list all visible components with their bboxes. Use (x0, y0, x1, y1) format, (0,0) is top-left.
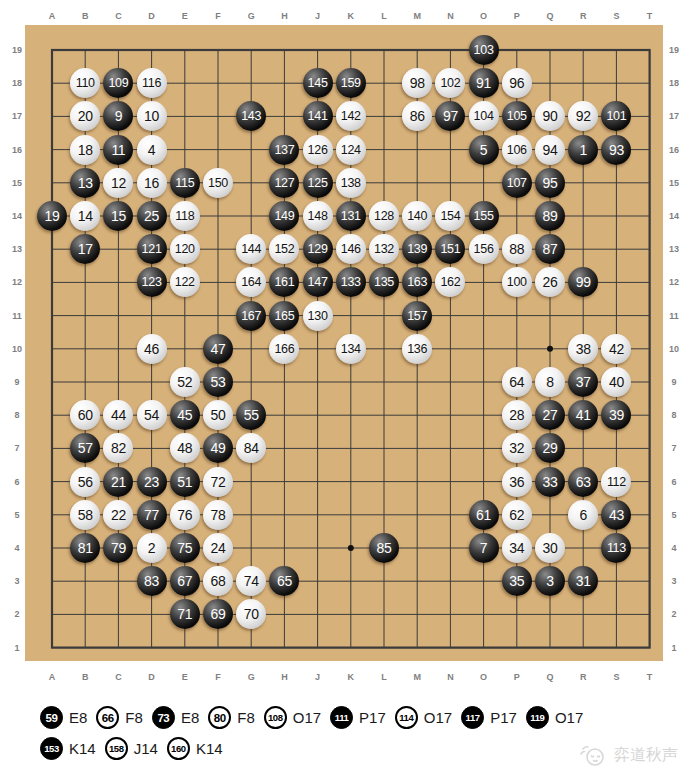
caption-entry: 114O17 (395, 706, 452, 729)
stone-white-104-O17: 104 (469, 101, 499, 131)
stone-black-103-O19: 103 (469, 35, 499, 65)
stone-black-125-J15: 125 (303, 168, 333, 198)
caption-stone-black-59: 59 (40, 706, 63, 729)
stone-white-122-E12: 122 (170, 267, 200, 297)
stone-white-54-D8: 54 (137, 400, 167, 430)
row-label-left: 6 (14, 477, 19, 486)
stone-white-118-E14: 118 (170, 201, 200, 231)
caption-stone-black-111: 111 (330, 706, 353, 729)
stone-white-88-P13: 88 (502, 234, 532, 264)
stone-white-138-K15: 138 (336, 168, 366, 198)
stone-black-87-Q13: 87 (535, 234, 565, 264)
stone-black-95-Q15: 95 (535, 168, 565, 198)
stone-white-134-K10: 134 (336, 334, 366, 364)
stone-black-53-F9: 53 (203, 367, 233, 397)
stone-black-75-E4: 75 (170, 533, 200, 563)
caption-point: O17 (293, 709, 321, 726)
stone-black-81-B4: 81 (70, 533, 100, 563)
stone-white-38-R10: 38 (568, 334, 598, 364)
caption-point: P17 (359, 709, 386, 726)
col-label-top: P (514, 12, 520, 21)
stone-black-89-Q14: 89 (535, 201, 565, 231)
stone-white-148-J14: 148 (303, 201, 333, 231)
col-label-bottom: E (182, 673, 188, 682)
stone-white-146-K13: 146 (336, 234, 366, 264)
row-label-left: 19 (12, 46, 22, 55)
col-label-bottom: N (447, 673, 454, 682)
caption-point: F8 (125, 709, 143, 726)
stone-black-133-K12: 133 (336, 267, 366, 297)
row-label-right: 16 (669, 145, 679, 154)
stone-white-142-K17: 142 (336, 101, 366, 131)
stone-white-6-R5: 6 (568, 500, 598, 530)
stone-white-68-F3: 68 (203, 566, 233, 596)
stone-black-45-E8: 45 (170, 400, 200, 430)
caption-stone-black-119: 119 (526, 706, 549, 729)
stone-white-112-S6: 112 (601, 467, 631, 497)
stone-white-76-E5: 76 (170, 500, 200, 530)
stone-black-1-R16: 1 (568, 135, 598, 165)
caption-entry: 66F8 (96, 706, 143, 729)
stone-black-23-D6: 23 (137, 467, 167, 497)
col-label-top: N (447, 12, 454, 21)
caption-point: O17 (424, 709, 452, 726)
stone-black-27-Q8: 27 (535, 400, 565, 430)
stone-black-11-C16: 11 (103, 135, 133, 165)
col-label-bottom: T (647, 673, 653, 682)
stone-white-124-K16: 124 (336, 135, 366, 165)
stone-black-107-P15: 107 (502, 168, 532, 198)
caption-stone-white-158: 158 (105, 737, 128, 760)
watermark-text: 弈道秋声 (614, 745, 678, 766)
row-label-left: 14 (12, 212, 22, 221)
caption-stone-white-80: 80 (208, 706, 231, 729)
row-label-right: 3 (671, 577, 676, 586)
row-label-left: 2 (14, 610, 19, 619)
col-label-bottom: L (381, 673, 387, 682)
row-label-right: 4 (671, 544, 676, 553)
row-label-right: 1 (671, 643, 676, 652)
caption-stone-black-117: 117 (461, 706, 484, 729)
col-label-bottom: P (514, 673, 520, 682)
caption-entry: 117P17 (461, 706, 517, 729)
row-label-left: 13 (12, 245, 22, 254)
stone-black-83-D3: 83 (137, 566, 167, 596)
row-label-right: 9 (671, 378, 676, 387)
row-label-left: 10 (12, 344, 22, 353)
stone-white-96-P18: 96 (502, 68, 532, 98)
col-label-top: G (248, 12, 255, 21)
caption-point: K14 (69, 740, 96, 757)
stone-black-13-B15: 13 (70, 168, 100, 198)
stone-white-106-P16: 106 (502, 135, 532, 165)
col-label-top: Q (546, 12, 553, 21)
col-label-bottom: F (215, 673, 221, 682)
stone-white-14-B14: 14 (70, 201, 100, 231)
row-label-right: 8 (671, 411, 676, 420)
stone-white-116-D18: 116 (137, 68, 167, 98)
stone-black-25-D14: 25 (137, 201, 167, 231)
stone-black-33-Q6: 33 (535, 467, 565, 497)
col-label-top: O (480, 12, 487, 21)
stone-black-3-Q3: 3 (535, 566, 565, 596)
col-label-bottom: M (413, 673, 421, 682)
stone-black-47-F10: 47 (203, 334, 233, 364)
stone-white-2-D4: 2 (137, 533, 167, 563)
col-label-bottom: G (248, 673, 255, 682)
row-label-left: 7 (14, 444, 19, 453)
row-label-left: 8 (14, 411, 19, 420)
caption-entry: 153K14 (40, 737, 96, 760)
stone-black-93-S16: 93 (601, 135, 631, 165)
row-label-left: 5 (14, 510, 19, 519)
stone-white-150-F15: 150 (203, 168, 233, 198)
row-label-left: 18 (12, 79, 22, 88)
stone-white-16-D15: 16 (137, 168, 167, 198)
col-label-bottom: H (281, 673, 288, 682)
row-label-right: 7 (671, 444, 676, 453)
stone-white-46-D10: 46 (137, 334, 167, 364)
stone-black-91-O18: 91 (469, 68, 499, 98)
caption-entry: 73E8 (152, 706, 199, 729)
stone-white-58-B5: 58 (70, 500, 100, 530)
stone-white-130-J11: 130 (303, 301, 333, 331)
col-label-top: S (613, 12, 619, 21)
stone-black-115-E15: 115 (170, 168, 200, 198)
col-label-top: A (49, 12, 56, 21)
go-game-record-diagram: AABBCCDDEEFFGGHHJJKKLLMMNNOOPPQQRRSSTT19… (0, 0, 700, 783)
stone-black-35-P3: 35 (502, 566, 532, 596)
row-label-right: 12 (669, 278, 679, 287)
row-label-right: 14 (669, 212, 679, 221)
caption-row: 59E866F873E880F8108O17111P17114O17117P17… (40, 706, 583, 729)
caption-point: F8 (237, 709, 255, 726)
stone-black-105-P17: 105 (502, 101, 532, 131)
row-label-right: 15 (669, 178, 679, 187)
row-label-right: 11 (669, 311, 679, 320)
stone-white-22-C5: 22 (103, 500, 133, 530)
col-label-bottom: J (315, 673, 320, 682)
caption-entry: 160K14 (167, 737, 223, 760)
stone-black-19-A14: 19 (37, 201, 67, 231)
stone-black-61-O5: 61 (469, 500, 499, 530)
stone-black-77-D5: 77 (137, 500, 167, 530)
star-point (348, 545, 354, 551)
caption-entry: 111P17 (330, 706, 386, 729)
row-label-left: 15 (12, 178, 22, 187)
stone-black-137-H16: 137 (269, 135, 299, 165)
caption-stone-white-160: 160 (167, 737, 190, 760)
stone-white-30-Q4: 30 (535, 533, 565, 563)
stone-black-43-S5: 43 (601, 500, 631, 530)
star-point (547, 346, 553, 352)
row-label-left: 12 (12, 278, 22, 287)
stone-white-10-D17: 10 (137, 101, 167, 131)
col-label-top: T (647, 12, 653, 21)
col-label-bottom: D (148, 673, 155, 682)
watermark: 弈道秋声 (579, 743, 678, 767)
row-label-left: 16 (12, 145, 22, 154)
row-label-left: 3 (14, 577, 19, 586)
stone-white-36-P6: 36 (502, 467, 532, 497)
stone-white-18-B16: 18 (70, 135, 100, 165)
stone-white-78-F5: 78 (203, 500, 233, 530)
caption-point: K14 (196, 740, 223, 757)
stone-white-24-F4: 24 (203, 533, 233, 563)
stone-white-64-P9: 64 (502, 367, 532, 397)
stone-black-147-J12: 147 (303, 267, 333, 297)
stone-white-48-E7: 48 (170, 433, 200, 463)
col-label-top: L (381, 12, 387, 21)
col-label-top: F (215, 12, 221, 21)
col-label-bottom: A (49, 673, 56, 682)
stone-white-28-P8: 28 (502, 400, 532, 430)
row-label-right: 6 (671, 477, 676, 486)
row-label-left: 1 (14, 643, 19, 652)
stone-white-120-E13: 120 (170, 234, 200, 264)
stone-white-8-Q9: 8 (535, 367, 565, 397)
caption-point: O17 (555, 709, 583, 726)
stone-white-62-P5: 62 (502, 500, 532, 530)
caption-stone-white-66: 66 (96, 706, 119, 729)
stone-black-51-E6: 51 (170, 467, 200, 497)
row-label-left: 9 (14, 378, 19, 387)
stone-black-85-L4: 85 (369, 533, 399, 563)
caption-stone-black-73: 73 (152, 706, 175, 729)
col-label-bottom: S (613, 673, 619, 682)
stone-black-155-O14: 155 (469, 201, 499, 231)
stone-white-126-J16: 126 (303, 135, 333, 165)
stone-white-156-O13: 156 (469, 234, 499, 264)
row-label-right: 10 (669, 344, 679, 353)
stone-white-50-F8: 50 (203, 400, 233, 430)
stone-black-21-C6: 21 (103, 467, 133, 497)
row-label-right: 19 (669, 46, 679, 55)
stone-black-131-K14: 131 (336, 201, 366, 231)
col-label-bottom: C (115, 673, 122, 682)
caption-entry: 80F8 (208, 706, 255, 729)
stone-white-72-F6: 72 (203, 467, 233, 497)
stone-black-159-K18: 159 (336, 68, 366, 98)
row-label-left: 4 (14, 544, 19, 553)
stone-black-37-R9: 37 (568, 367, 598, 397)
stone-black-145-J18: 145 (303, 68, 333, 98)
col-label-top: D (148, 12, 155, 21)
stone-white-128-L14: 128 (369, 201, 399, 231)
col-label-top: M (413, 12, 421, 21)
caption-point: P17 (490, 709, 517, 726)
caption-point: J14 (134, 740, 158, 757)
caption-stone-white-108: 108 (264, 706, 287, 729)
stone-black-123-D12: 123 (137, 267, 167, 297)
col-label-bottom: Q (546, 673, 553, 682)
row-label-right: 17 (669, 112, 679, 121)
col-label-bottom: O (480, 673, 487, 682)
stone-black-63-R6: 63 (568, 467, 598, 497)
caption-entry: 108O17 (264, 706, 321, 729)
caption-point: E8 (181, 709, 199, 726)
stone-white-4-D16: 4 (137, 135, 167, 165)
stone-white-94-Q16: 94 (535, 135, 565, 165)
col-label-top: R (580, 12, 587, 21)
stone-black-165-H11: 165 (269, 301, 299, 331)
caption-point: E8 (69, 709, 87, 726)
stone-white-132-L13: 132 (369, 234, 399, 264)
row-label-right: 18 (669, 79, 679, 88)
stone-black-141-J17: 141 (303, 101, 333, 131)
caption-entry: 158J14 (105, 737, 158, 760)
row-label-right: 5 (671, 510, 676, 519)
stone-white-56-B6: 56 (70, 467, 100, 497)
stone-black-167-G11: 167 (236, 301, 266, 331)
col-label-top: E (182, 12, 188, 21)
stone-white-136-M10: 136 (402, 334, 432, 364)
stone-white-42-S10: 42 (601, 334, 631, 364)
caption-stone-white-114: 114 (395, 706, 418, 729)
row-label-left: 17 (12, 112, 22, 121)
stone-white-32-P7: 32 (502, 433, 532, 463)
caption-stone-black-153: 153 (40, 737, 63, 760)
stone-white-34-P4: 34 (502, 533, 532, 563)
row-label-left: 11 (12, 311, 22, 320)
stone-black-127-H15: 127 (269, 168, 299, 198)
stone-white-166-H10: 166 (269, 334, 299, 364)
watermark-logo-icon (579, 743, 609, 767)
stone-white-52-E9: 52 (170, 367, 200, 397)
col-label-bottom: B (82, 673, 89, 682)
caption-entry: 59E8 (40, 706, 87, 729)
col-label-top: C (115, 12, 122, 21)
col-label-top: H (281, 12, 288, 21)
stone-black-67-E3: 67 (170, 566, 200, 596)
stone-white-140-M14: 140 (402, 201, 432, 231)
stone-white-100-P12: 100 (502, 267, 532, 297)
col-label-bottom: R (580, 673, 587, 682)
stone-black-7-O4: 7 (469, 533, 499, 563)
stone-white-12-C15: 12 (103, 168, 133, 198)
col-label-top: J (315, 12, 320, 21)
col-label-top: B (82, 12, 89, 21)
caption-entry: 119O17 (526, 706, 583, 729)
row-label-right: 13 (669, 245, 679, 254)
stone-black-157-M11: 157 (402, 301, 432, 331)
stone-black-71-E2: 71 (170, 599, 200, 629)
stone-black-5-O16: 5 (469, 135, 499, 165)
stone-black-129-J13: 129 (303, 234, 333, 264)
row-label-right: 2 (671, 610, 676, 619)
stone-black-121-D13: 121 (137, 234, 167, 264)
caption-row: 153K14158J14160K14 (40, 737, 223, 760)
col-label-top: K (348, 12, 355, 21)
col-label-bottom: K (348, 673, 355, 682)
